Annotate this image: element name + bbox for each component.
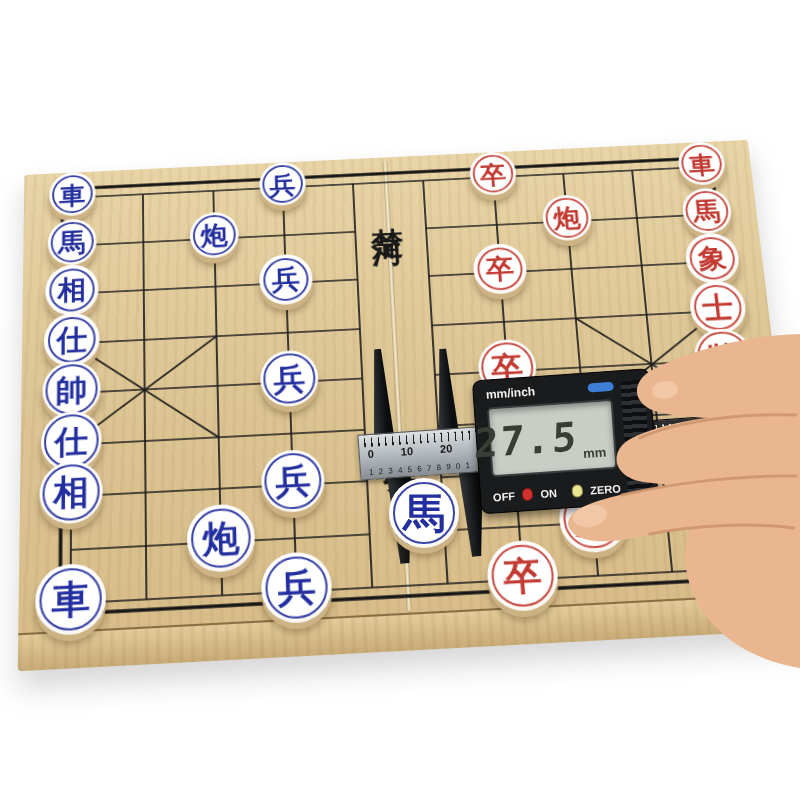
piece-glyph: 卒 xyxy=(479,162,507,187)
piece-glyph: 馬 xyxy=(692,199,722,226)
river-label-chu-he: 楚河 xyxy=(369,203,402,223)
piece-glyph: 仕 xyxy=(56,325,87,356)
piece-glyph: 車 xyxy=(51,580,90,620)
piece-glyph: 相 xyxy=(53,475,89,512)
piece-glyph: 仕 xyxy=(55,425,88,459)
measured-piece-horse[interactable]: 馬 xyxy=(389,478,459,548)
product-photo-stage: 楚河 漢界 車馬相仕帥仕相車炮炮兵兵兵兵兵卒卒卒卒卒炮炮車馬象士將士象馬車 0 … xyxy=(0,0,800,800)
piece-glyph: 兵 xyxy=(273,363,306,395)
piece-glyph: 兵 xyxy=(277,568,317,608)
piece-glyph: 象 xyxy=(697,245,728,273)
piece-glyph: 炮 xyxy=(200,223,228,250)
inch-scale-numbers: 1 2 3 4 5 6 7 8 9 0 1 xyxy=(369,461,471,477)
piece-glyph: 馬 xyxy=(58,230,85,257)
piece-glyph: 兵 xyxy=(271,266,300,294)
piece-glyph: 帥 xyxy=(55,374,87,406)
caliper-upper-fixed-jaw xyxy=(367,348,395,443)
middle-finger xyxy=(637,334,800,418)
piece-glyph: 相 xyxy=(58,277,87,305)
piece-glyph: 兵 xyxy=(269,172,296,197)
piece-glyph: 車 xyxy=(687,152,715,177)
piece-glyph: 兵 xyxy=(275,464,312,501)
hand xyxy=(500,318,800,700)
piece-glyph: 車 xyxy=(59,182,85,208)
piece-glyph: 炮 xyxy=(202,520,240,558)
index-finger xyxy=(616,413,800,486)
piece-glyph: 卒 xyxy=(485,256,515,284)
piece-glyph: 炮 xyxy=(553,205,582,232)
